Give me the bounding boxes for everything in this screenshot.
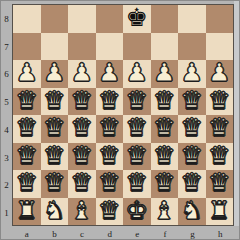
piece-white-queen: ♛ [153, 88, 175, 113]
square-f1[interactable]: ♝ [151, 198, 179, 226]
piece-white-queen: ♛ [98, 143, 120, 168]
piece-white-queen: ♛ [43, 115, 65, 140]
rank-labels: 87654321 [1, 5, 12, 227]
piece-white-queen: ♛ [153, 115, 175, 140]
piece-white-rook: ♜ [16, 198, 38, 223]
piece-white-queen: ♛ [71, 170, 93, 195]
chess-app-window: 87654321 ♚♟♟♟♟♟♟♟♟♛♛♛♛♛♛♛♛♛♛♛♛♛♛♛♛♛♛♛♛♛♛… [0, 0, 240, 240]
piece-white-queen: ♛ [98, 198, 120, 223]
square-h7[interactable] [206, 33, 234, 61]
piece-white-queen: ♛ [43, 88, 65, 113]
file-labels: abcdefgh [13, 227, 234, 240]
file-label-f: f [151, 227, 179, 240]
piece-white-queen: ♛ [208, 170, 230, 195]
square-c6[interactable]: ♟ [68, 60, 96, 88]
square-a4[interactable]: ♛ [13, 115, 41, 143]
piece-white-pawn: ♟ [98, 60, 120, 85]
rank-label-3: 3 [1, 144, 12, 172]
rank-label-6: 6 [1, 61, 12, 89]
square-d3[interactable]: ♛ [96, 143, 124, 171]
square-e2[interactable]: ♛ [123, 170, 151, 198]
square-h1[interactable]: ♜ [206, 198, 234, 226]
square-a2[interactable]: ♛ [13, 170, 41, 198]
square-c3[interactable]: ♛ [68, 143, 96, 171]
square-b6[interactable]: ♟ [41, 60, 69, 88]
piece-white-pawn: ♟ [71, 60, 93, 85]
piece-white-pawn: ♟ [126, 60, 148, 85]
square-h6[interactable]: ♟ [206, 60, 234, 88]
piece-white-queen: ♛ [126, 115, 148, 140]
square-d2[interactable]: ♛ [96, 170, 124, 198]
square-g5[interactable]: ♛ [178, 88, 206, 116]
piece-white-queen: ♛ [43, 170, 65, 195]
piece-white-king: ♚ [126, 198, 148, 223]
piece-white-queen: ♛ [126, 170, 148, 195]
piece-white-queen: ♛ [181, 143, 203, 168]
file-label-d: d [96, 227, 124, 240]
piece-white-queen: ♛ [98, 115, 120, 140]
piece-white-queen: ♛ [71, 88, 93, 113]
piece-white-pawn: ♟ [153, 60, 175, 85]
piece-white-pawn: ♟ [16, 60, 38, 85]
file-label-a: a [13, 227, 41, 240]
piece-white-pawn: ♟ [181, 60, 203, 85]
file-label-c: c [68, 227, 96, 240]
file-label-b: b [41, 227, 69, 240]
square-g7[interactable] [178, 33, 206, 61]
square-b8[interactable] [41, 5, 69, 33]
square-d4[interactable]: ♛ [96, 115, 124, 143]
piece-white-queen: ♛ [126, 88, 148, 113]
square-g8[interactable] [178, 5, 206, 33]
square-g1[interactable]: ♞ [178, 198, 206, 226]
square-f4[interactable]: ♛ [151, 115, 179, 143]
square-b2[interactable]: ♛ [41, 170, 69, 198]
piece-white-queen: ♛ [181, 88, 203, 113]
square-e7[interactable] [123, 33, 151, 61]
square-c8[interactable] [68, 5, 96, 33]
piece-white-queen: ♛ [16, 170, 38, 195]
piece-white-bishop: ♝ [71, 198, 93, 223]
file-label-e: e [124, 227, 152, 240]
square-e4[interactable]: ♛ [123, 115, 151, 143]
square-b5[interactable]: ♛ [41, 88, 69, 116]
square-f3[interactable]: ♛ [151, 143, 179, 171]
square-a3[interactable]: ♛ [13, 143, 41, 171]
piece-white-queen: ♛ [153, 143, 175, 168]
piece-white-queen: ♛ [71, 143, 93, 168]
piece-white-queen: ♛ [98, 170, 120, 195]
piece-white-queen: ♛ [43, 143, 65, 168]
piece-white-queen: ♛ [208, 115, 230, 140]
piece-white-queen: ♛ [208, 88, 230, 113]
square-h3[interactable]: ♛ [206, 143, 234, 171]
square-c7[interactable] [68, 33, 96, 61]
square-e3[interactable]: ♛ [123, 143, 151, 171]
piece-white-queen: ♛ [71, 115, 93, 140]
rank-label-5: 5 [1, 88, 12, 116]
square-b4[interactable]: ♛ [41, 115, 69, 143]
square-d7[interactable] [96, 33, 124, 61]
piece-white-queen: ♛ [16, 88, 38, 113]
square-c1[interactable]: ♝ [68, 198, 96, 226]
square-h4[interactable]: ♛ [206, 115, 234, 143]
piece-white-knight: ♞ [181, 198, 203, 223]
square-d8[interactable] [96, 5, 124, 33]
square-c5[interactable]: ♛ [68, 88, 96, 116]
piece-white-knight: ♞ [43, 198, 65, 223]
square-f7[interactable] [151, 33, 179, 61]
frame-right-edge [234, 1, 240, 240]
rank-label-4: 4 [1, 116, 12, 144]
rank-label-1: 1 [1, 199, 12, 227]
square-c2[interactable]: ♛ [68, 170, 96, 198]
rank-label-7: 7 [1, 33, 12, 61]
square-h2[interactable]: ♛ [206, 170, 234, 198]
square-a6[interactable]: ♟ [13, 60, 41, 88]
rank-label-8: 8 [1, 5, 12, 33]
piece-white-queen: ♛ [16, 143, 38, 168]
square-b1[interactable]: ♞ [41, 198, 69, 226]
square-g4[interactable]: ♛ [178, 115, 206, 143]
file-label-g: g [179, 227, 207, 240]
frame-corner [234, 226, 240, 240]
square-h8[interactable] [206, 5, 234, 33]
square-e1[interactable]: ♚ [123, 198, 151, 226]
square-g3[interactable]: ♛ [178, 143, 206, 171]
piece-white-queen: ♛ [98, 88, 120, 113]
square-a5[interactable]: ♛ [13, 88, 41, 116]
piece-white-rook: ♜ [208, 198, 230, 223]
square-a1[interactable]: ♜ [13, 198, 41, 226]
piece-white-pawn: ♟ [43, 60, 65, 85]
square-f8[interactable] [151, 5, 179, 33]
square-b7[interactable] [41, 33, 69, 61]
square-f6[interactable]: ♟ [151, 60, 179, 88]
square-e5[interactable]: ♛ [123, 88, 151, 116]
square-d5[interactable]: ♛ [96, 88, 124, 116]
square-g6[interactable]: ♟ [178, 60, 206, 88]
square-f2[interactable]: ♛ [151, 170, 179, 198]
piece-white-queen: ♛ [208, 143, 230, 168]
square-c4[interactable]: ♛ [68, 115, 96, 143]
square-d6[interactable]: ♟ [96, 60, 124, 88]
piece-white-queen: ♛ [126, 143, 148, 168]
rank-label-2: 2 [1, 172, 12, 200]
square-a7[interactable] [13, 33, 41, 61]
square-e6[interactable]: ♟ [123, 60, 151, 88]
file-label-h: h [206, 227, 234, 240]
piece-black-king: ♚ [126, 5, 148, 30]
piece-white-queen: ♛ [153, 170, 175, 195]
piece-white-queen: ♛ [181, 115, 203, 140]
piece-white-queen: ♛ [181, 170, 203, 195]
square-e8[interactable]: ♚ [123, 5, 151, 33]
square-f5[interactable]: ♛ [151, 88, 179, 116]
chess-board: ♚♟♟♟♟♟♟♟♟♛♛♛♛♛♛♛♛♛♛♛♛♛♛♛♛♛♛♛♛♛♛♛♛♛♛♛♛♛♛♛… [12, 4, 234, 226]
square-b3[interactable]: ♛ [41, 143, 69, 171]
square-h5[interactable]: ♛ [206, 88, 234, 116]
square-g2[interactable]: ♛ [178, 170, 206, 198]
piece-white-queen: ♛ [16, 115, 38, 140]
piece-white-bishop: ♝ [153, 198, 175, 223]
square-a8[interactable] [13, 5, 41, 33]
piece-white-pawn: ♟ [208, 60, 230, 85]
square-d1[interactable]: ♛ [96, 198, 124, 226]
